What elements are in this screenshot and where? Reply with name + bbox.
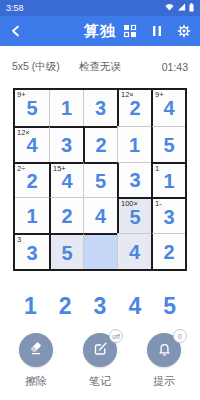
cell-value: 3 [95,97,106,120]
board-cell-r1c5[interactable]: 9+4 [151,90,185,126]
cell-value: 5 [61,242,72,265]
notes-button[interactable]: off 笔记 [72,333,128,389]
cell-value: 1 [163,170,174,193]
info-row: 5x5 (中级) 检查无误 01:43 [0,46,200,88]
cage-label: 1- [155,199,162,208]
toolbar: 擦除 off 笔记 0 提示 [0,333,200,389]
nav-actions [122,23,192,39]
erase-circle[interactable] [19,333,53,367]
cage-label: 100× [121,199,138,208]
board-cell-r4c4[interactable]: 100×5 [117,197,151,233]
board-cell-r5c3[interactable] [83,233,117,269]
board-cell-r3c2[interactable]: 15+4 [49,162,83,198]
status-icons [165,3,194,14]
notes-label: 笔记 [89,374,111,389]
back-button[interactable] [8,23,24,39]
board-cell-r2c3[interactable]: 2 [83,126,117,162]
board-cell-r4c3[interactable]: 4 [83,197,117,233]
board-cell-r5c5[interactable]: 2 [151,233,185,269]
cell-value: 4 [26,134,37,157]
cell-value: 4 [61,170,72,193]
cage-label: 2÷ [17,164,25,173]
notes-circle[interactable]: off [83,333,117,367]
board-cell-r2c5[interactable]: 5 [151,126,185,162]
board-cell-r2c2[interactable]: 3 [49,126,83,162]
board-cell-r1c3[interactable]: 3 [83,90,117,126]
cell-value: 4 [95,205,106,228]
cell-value: 1 [26,205,37,228]
board-cell-r3c1[interactable]: 2÷2 [15,162,49,198]
cell-value: 4 [163,97,174,120]
numpad-2[interactable]: 2 [48,291,83,321]
numpad-5[interactable]: 5 [152,291,187,321]
cage-label: 3 [17,235,21,244]
cell-value: 3 [163,206,174,229]
board-select-button[interactable] [122,23,138,39]
eraser-icon [27,339,45,361]
cell-value: 5 [95,170,106,193]
clock: 3:58 [6,3,24,13]
cell-value: 1 [61,97,72,120]
board-cell-r2c4[interactable]: 1 [117,126,151,162]
numpad-4[interactable]: 4 [117,291,152,321]
cage-label: 1 [155,164,159,173]
cell-value: 3 [61,134,72,157]
hint-button[interactable]: 0 提示 [136,333,192,389]
erase-button[interactable]: 擦除 [8,333,64,389]
board-cell-r2c1[interactable]: 12×4 [15,126,49,162]
hint-circle[interactable]: 0 [147,333,181,367]
board-cell-r1c4[interactable]: 12×2 [117,90,151,126]
pause-button[interactable] [149,23,165,39]
cage-label: 12× [121,90,134,99]
cage-label: 12× [17,128,30,137]
cage-label: 15+ [53,164,66,173]
signal-icon [177,3,186,13]
board-cell-r5c1[interactable]: 33 [15,233,49,269]
number-pad: 12345 [13,291,187,321]
board-cell-r3c3[interactable]: 5 [83,162,117,198]
numpad-3[interactable]: 3 [83,291,118,321]
cell-value: 5 [163,134,174,157]
battery-icon [189,3,194,14]
erase-label: 擦除 [25,374,47,389]
cell-value: 2 [129,97,140,120]
board-cell-r1c2[interactable]: 1 [49,90,83,126]
board-cell-r4c1[interactable]: 1 [15,197,49,233]
board-cell-r4c5[interactable]: 1-3 [151,197,185,233]
cell-value: 2 [61,205,72,228]
cage-label: 9+ [17,90,26,99]
cell-value: 1 [129,134,140,157]
cell-value: 4 [129,241,140,264]
cell-value: 2 [95,134,106,157]
hint-count-badge: 0 [173,329,187,343]
wifi-icon [165,3,174,13]
board-cell-r3c5[interactable]: 11 [151,162,185,198]
board-cell-r5c4[interactable]: 4 [117,233,151,269]
board-cell-r5c2[interactable]: 5 [49,233,83,269]
cell-value: 5 [26,97,37,120]
nav-bar: 算独 [0,16,200,46]
settings-gear-icon[interactable] [176,23,192,39]
hint-label: 提示 [153,374,175,389]
cell-value: 3 [129,169,140,192]
status-bar: 3:58 [0,0,200,16]
cell-value: 3 [26,242,37,265]
cell-value: 2 [163,241,174,264]
cage-label: 9+ [155,90,164,99]
board: 9+51312×29+412×432152÷215+45311124100×51… [13,88,187,271]
notes-icon [92,340,109,361]
cell-value: 5 [129,206,140,229]
check-status[interactable]: 检查无误 [0,60,200,74]
numpad-1[interactable]: 1 [13,291,48,321]
board-cell-r1c1[interactable]: 9+5 [15,90,49,126]
cell-value: 2 [26,170,37,193]
board-cell-r3c4[interactable]: 3 [117,162,151,198]
notes-off-badge: off [109,329,123,343]
board-cell-r4c2[interactable]: 2 [49,197,83,233]
bell-icon [156,340,173,361]
